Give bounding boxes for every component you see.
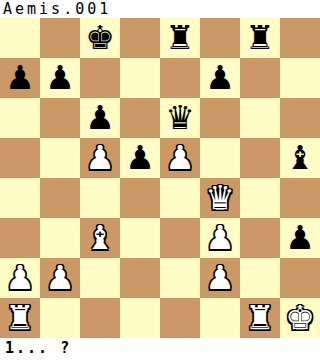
square-h2[interactable] [280,258,320,298]
piece-black-rook: ♜ [245,18,275,58]
square-h8[interactable] [280,18,320,58]
square-c4[interactable] [80,178,120,218]
piece-white-pawn: ♟ [45,258,75,298]
square-d7[interactable] [120,58,160,98]
square-d3[interactable] [120,218,160,258]
square-f1[interactable] [200,298,240,338]
piece-black-bishop: ♝ [285,138,315,178]
piece-white-king: ♚ [285,298,315,338]
square-a7[interactable]: ♟ [0,58,40,98]
piece-white-pawn: ♟ [165,138,195,178]
square-h5[interactable]: ♝ [280,138,320,178]
square-g6[interactable] [240,98,280,138]
piece-white-pawn: ♟ [205,258,235,298]
square-g1[interactable]: ♜ [240,298,280,338]
square-g7[interactable] [240,58,280,98]
square-a5[interactable] [0,138,40,178]
square-f4[interactable]: ♛ [200,178,240,218]
square-e3[interactable] [160,218,200,258]
move-prompt: 1... ? [0,338,320,360]
square-b4[interactable] [40,178,80,218]
square-d8[interactable] [120,18,160,58]
square-f8[interactable] [200,18,240,58]
piece-white-rook: ♜ [245,298,275,338]
piece-black-king: ♚ [85,18,115,58]
square-d2[interactable] [120,258,160,298]
square-b1[interactable] [40,298,80,338]
piece-black-rook: ♜ [165,18,195,58]
square-g2[interactable] [240,258,280,298]
square-c6[interactable]: ♟ [80,98,120,138]
piece-black-queen: ♛ [165,98,195,138]
square-f5[interactable] [200,138,240,178]
square-b8[interactable] [40,18,80,58]
square-a1[interactable]: ♜ [0,298,40,338]
square-e2[interactable] [160,258,200,298]
piece-black-pawn: ♟ [285,218,315,258]
piece-white-pawn: ♟ [205,218,235,258]
piece-black-pawn: ♟ [125,138,155,178]
piece-white-queen: ♛ [205,178,235,218]
square-c7[interactable] [80,58,120,98]
square-d5[interactable]: ♟ [120,138,160,178]
square-d6[interactable] [120,98,160,138]
square-e1[interactable] [160,298,200,338]
square-f7[interactable]: ♟ [200,58,240,98]
square-f2[interactable]: ♟ [200,258,240,298]
square-b5[interactable] [40,138,80,178]
square-a6[interactable] [0,98,40,138]
piece-white-pawn: ♟ [5,258,35,298]
square-d4[interactable] [120,178,160,218]
square-e5[interactable]: ♟ [160,138,200,178]
diagram-title: Aemis.001 [0,0,320,18]
square-g8[interactable]: ♜ [240,18,280,58]
square-e7[interactable] [160,58,200,98]
square-b2[interactable]: ♟ [40,258,80,298]
square-h3[interactable]: ♟ [280,218,320,258]
piece-white-bishop: ♝ [85,218,115,258]
square-f6[interactable] [200,98,240,138]
piece-black-pawn: ♟ [5,58,35,98]
square-e6[interactable]: ♛ [160,98,200,138]
square-a2[interactable]: ♟ [0,258,40,298]
square-c3[interactable]: ♝ [80,218,120,258]
square-h4[interactable] [280,178,320,218]
square-g4[interactable] [240,178,280,218]
piece-black-pawn: ♟ [85,98,115,138]
square-b3[interactable] [40,218,80,258]
square-c8[interactable]: ♚ [80,18,120,58]
square-h6[interactable] [280,98,320,138]
square-g3[interactable] [240,218,280,258]
square-e4[interactable] [160,178,200,218]
square-c2[interactable] [80,258,120,298]
square-h7[interactable] [280,58,320,98]
chess-board: ♚♜♜♟♟♟♟♛♟♟♟♝♛♝♟♟♟♟♟♜♜♚ [0,18,320,338]
piece-white-rook: ♜ [5,298,35,338]
square-e8[interactable]: ♜ [160,18,200,58]
square-c5[interactable]: ♟ [80,138,120,178]
square-a8[interactable] [0,18,40,58]
square-g5[interactable] [240,138,280,178]
square-b6[interactable] [40,98,80,138]
piece-black-pawn: ♟ [45,58,75,98]
square-a3[interactable] [0,218,40,258]
square-d1[interactable] [120,298,160,338]
piece-white-pawn: ♟ [85,138,115,178]
chess-diagram-window: Aemis.001 ♚♜♜♟♟♟♟♛♟♟♟♝♛♝♟♟♟♟♟♜♜♚ 1... ? [0,0,320,360]
square-c1[interactable] [80,298,120,338]
square-f3[interactable]: ♟ [200,218,240,258]
square-a4[interactable] [0,178,40,218]
piece-black-pawn: ♟ [205,58,235,98]
square-b7[interactable]: ♟ [40,58,80,98]
square-h1[interactable]: ♚ [280,298,320,338]
